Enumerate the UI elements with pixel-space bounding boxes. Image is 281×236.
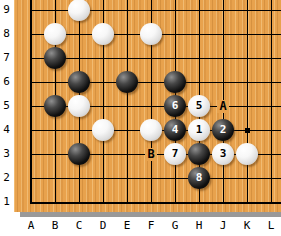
stone-black-G4: 4 [164, 119, 186, 141]
col-label-A: A [23, 219, 39, 233]
board-drop-shadow [20, 212, 281, 217]
row-label-8: 8 [0, 27, 13, 41]
point-marker-B: B [139, 142, 163, 166]
stone-white-H4: 1 [188, 119, 210, 141]
col-label-L: L [263, 219, 279, 233]
stone-black-H2: 8 [188, 167, 210, 189]
stone-black-G5: 6 [164, 95, 186, 117]
stone-white-G3: 7 [164, 143, 186, 165]
col-label-J: J [215, 219, 231, 233]
stone-white-K3 [236, 143, 258, 165]
stone-black-E6 [116, 71, 138, 93]
stone-white-D8 [92, 23, 114, 45]
col-label-B: B [47, 219, 63, 233]
row-label-3: 3 [0, 147, 13, 161]
row-label-7: 7 [0, 51, 13, 65]
stone-black-C6 [68, 71, 90, 93]
stone-black-B7 [44, 47, 66, 69]
stone-black-C3 [68, 143, 90, 165]
row-label-9: 9 [0, 3, 13, 17]
stone-white-F4 [140, 119, 162, 141]
stone-grid: 65412738AB [19, 0, 281, 212]
col-label-F: F [143, 219, 159, 233]
col-label-H: H [191, 219, 207, 233]
col-label-K: K [239, 219, 255, 233]
row-label-2: 2 [0, 171, 13, 185]
stone-white-C5 [68, 95, 90, 117]
row-label-6: 6 [0, 75, 13, 89]
stone-white-J3: 3 [212, 143, 234, 165]
row-label-1: 1 [0, 195, 13, 209]
point-marker-letter: B [145, 148, 156, 161]
go-board[interactable]: 65412738AB [14, 0, 281, 212]
stone-white-B8 [44, 23, 66, 45]
stone-white-H5: 5 [188, 95, 210, 117]
col-label-E: E [119, 219, 135, 233]
go-diagram: 65412738AB 987654321 ABCDEFGHJKL [0, 0, 281, 236]
col-label-G: G [167, 219, 183, 233]
stone-black-J4: 2 [212, 119, 234, 141]
stone-white-D4 [92, 119, 114, 141]
stone-black-B5 [44, 95, 66, 117]
point-marker-A: A [211, 94, 235, 118]
stone-white-F8 [140, 23, 162, 45]
row-label-5: 5 [0, 99, 13, 113]
col-label-D: D [95, 219, 111, 233]
stone-white-C9 [68, 0, 90, 21]
row-label-4: 4 [0, 123, 13, 137]
stone-black-G6 [164, 71, 186, 93]
point-marker-letter: A [217, 100, 228, 113]
stone-black-H3 [188, 143, 210, 165]
col-label-C: C [71, 219, 87, 233]
